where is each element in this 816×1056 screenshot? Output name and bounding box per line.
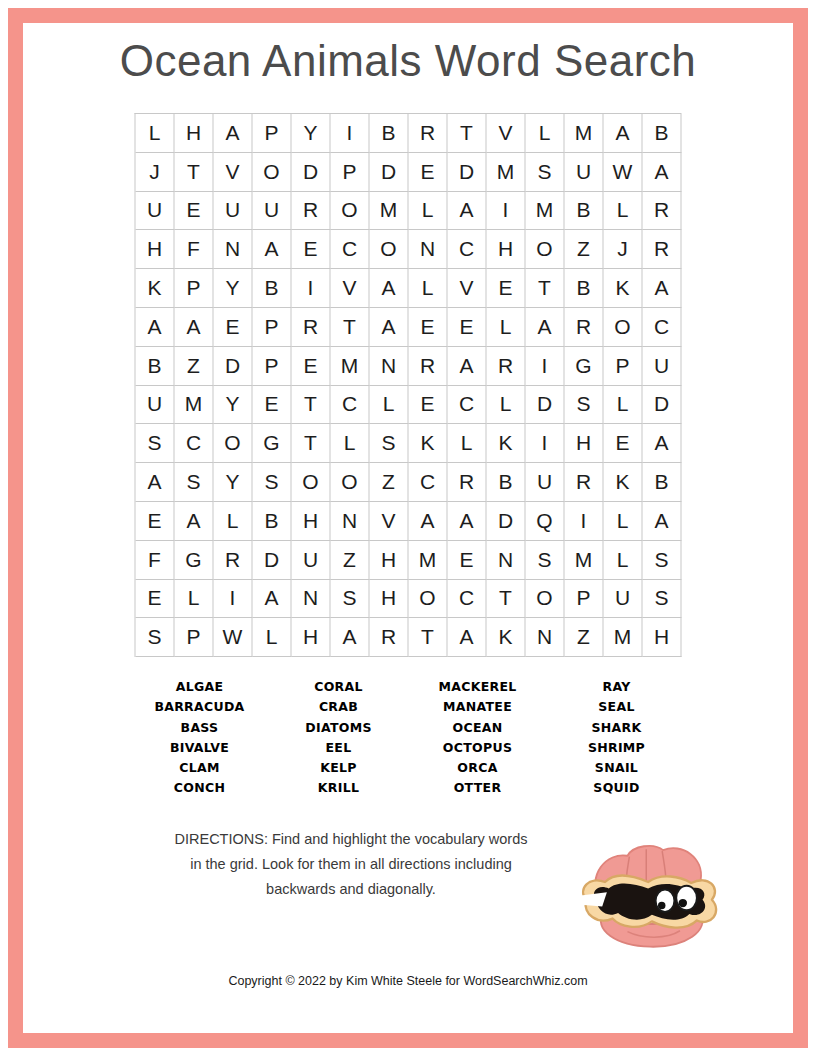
grid-cell[interactable]: I xyxy=(292,269,331,308)
word-list-item: DIATOMS xyxy=(269,718,408,738)
grid-cell[interactable]: K xyxy=(604,463,643,502)
grid-cell[interactable]: A xyxy=(643,424,682,463)
grid-cell[interactable]: C xyxy=(331,386,370,425)
word-list-item: SHARK xyxy=(547,718,686,738)
grid-cell[interactable]: A xyxy=(643,153,682,192)
grid-cell[interactable]: A xyxy=(604,114,643,153)
grid-cell[interactable]: H xyxy=(565,424,604,463)
grid-cell[interactable]: S xyxy=(331,580,370,619)
grid-cell[interactable]: S xyxy=(370,424,409,463)
grid-cell[interactable]: C xyxy=(409,463,448,502)
grid-cell[interactable]: S xyxy=(526,541,565,580)
grid-cell[interactable]: O xyxy=(409,580,448,619)
grid-cell[interactable]: V xyxy=(331,269,370,308)
grid-cell[interactable]: I xyxy=(526,347,565,386)
grid-cell[interactable]: L xyxy=(604,192,643,231)
grid-cell[interactable]: R xyxy=(409,114,448,153)
grid-cell[interactable]: A xyxy=(448,347,487,386)
grid-cell[interactable]: E xyxy=(409,386,448,425)
grid-cell[interactable]: T xyxy=(448,114,487,153)
word-list-column: MACKERELMANATEEOCEANOCTOPUSORCAOTTER xyxy=(408,677,547,799)
grid-cell[interactable]: E xyxy=(136,502,175,541)
grid-cell[interactable]: L xyxy=(526,114,565,153)
word-list-column: CORALCRABDIATOMSEELKELPKRILL xyxy=(269,677,408,799)
grid-cell[interactable]: I xyxy=(487,192,526,231)
grid-cell[interactable]: H xyxy=(175,114,214,153)
grid-cell[interactable]: S xyxy=(175,463,214,502)
grid-cell[interactable]: M xyxy=(487,153,526,192)
grid-cell[interactable]: O xyxy=(331,463,370,502)
grid-cell[interactable]: A xyxy=(448,502,487,541)
grid-cell[interactable]: E xyxy=(292,347,331,386)
worksheet-page: Ocean Animals Word Search LHAPYIBRTVLMAB… xyxy=(0,0,816,1056)
grid-cell[interactable]: A xyxy=(253,230,292,269)
grid-cell[interactable]: R xyxy=(292,192,331,231)
grid-cell[interactable]: Y xyxy=(214,386,253,425)
puzzle-title: Ocean Animals Word Search xyxy=(0,36,816,86)
grid-cell[interactable]: L xyxy=(487,308,526,347)
grid-cell[interactable]: A xyxy=(370,308,409,347)
grid-cell[interactable]: W xyxy=(214,618,253,657)
grid-cell[interactable]: L xyxy=(604,502,643,541)
grid-cell[interactable]: C xyxy=(331,230,370,269)
grid-cell[interactable]: D xyxy=(253,541,292,580)
grid-cell[interactable]: L xyxy=(370,386,409,425)
word-list-item: RAY xyxy=(547,677,686,697)
grid-cell[interactable]: R xyxy=(292,308,331,347)
grid-cell[interactable]: L xyxy=(214,502,253,541)
grid-cell[interactable]: L xyxy=(175,580,214,619)
grid-cell[interactable]: A xyxy=(331,618,370,657)
grid-cell[interactable]: H xyxy=(487,230,526,269)
grid-cell[interactable]: H xyxy=(643,618,682,657)
grid-cell[interactable]: E xyxy=(409,308,448,347)
grid-cell[interactable]: L xyxy=(604,541,643,580)
grid-cell[interactable]: B xyxy=(643,463,682,502)
grid-cell[interactable]: P xyxy=(175,269,214,308)
grid-cell[interactable]: O xyxy=(292,463,331,502)
grid-cell[interactable]: R xyxy=(409,347,448,386)
grid-cell[interactable]: O xyxy=(214,424,253,463)
grid-cell[interactable]: A xyxy=(136,308,175,347)
grid-cell[interactable]: U xyxy=(292,541,331,580)
grid-cell[interactable]: L xyxy=(604,386,643,425)
grid-cell[interactable]: I xyxy=(526,424,565,463)
grid-cell[interactable]: D xyxy=(643,386,682,425)
grid-cell[interactable]: S xyxy=(643,580,682,619)
directions-line: backwards and diagonally. xyxy=(133,877,569,902)
grid-cell[interactable]: R xyxy=(370,618,409,657)
grid-cell[interactable]: L xyxy=(409,192,448,231)
grid-cell[interactable]: M xyxy=(565,114,604,153)
grid-cell[interactable]: E xyxy=(136,580,175,619)
grid-cell[interactable]: B xyxy=(370,114,409,153)
grid-cell[interactable]: A xyxy=(214,114,253,153)
grid-cell[interactable]: C xyxy=(448,580,487,619)
grid-cell[interactable]: R xyxy=(214,541,253,580)
grid-cell[interactable]: L xyxy=(448,424,487,463)
grid-cell[interactable]: L xyxy=(136,114,175,153)
grid-cell[interactable]: H xyxy=(292,502,331,541)
grid-cell[interactable]: Y xyxy=(214,463,253,502)
grid-cell[interactable]: Z xyxy=(331,541,370,580)
grid-cell[interactable]: S xyxy=(643,541,682,580)
grid-cell[interactable]: P xyxy=(604,347,643,386)
grid-cell[interactable]: P xyxy=(175,618,214,657)
grid-cell[interactable]: O xyxy=(331,192,370,231)
word-list: ALGAEBARRACUDABASSBIVALVECLAMCONCHCORALC… xyxy=(130,677,686,799)
grid-cell[interactable]: Z xyxy=(175,347,214,386)
word-list-item: SQUID xyxy=(547,778,686,798)
grid-cell[interactable]: D xyxy=(214,347,253,386)
copyright-text: Copyright © 2022 by Kim White Steele for… xyxy=(0,974,816,988)
grid-cell[interactable]: R xyxy=(565,463,604,502)
word-list-item: ORCA xyxy=(408,758,547,778)
word-list-item: ALGAE xyxy=(130,677,269,697)
directions-text: DIRECTIONS: Find and highlight the vocab… xyxy=(133,827,569,902)
grid-cell[interactable]: B xyxy=(253,502,292,541)
grid-cell[interactable]: U xyxy=(214,192,253,231)
grid-cell[interactable]: I xyxy=(331,114,370,153)
word-list-item: KRILL xyxy=(269,778,408,798)
word-list-item: OCTOPUS xyxy=(408,738,547,758)
grid-cell[interactable]: O xyxy=(253,153,292,192)
grid-cell[interactable]: L xyxy=(253,618,292,657)
grid-cell[interactable]: O xyxy=(370,230,409,269)
grid-cell[interactable]: A xyxy=(370,269,409,308)
grid-cell[interactable]: E xyxy=(214,308,253,347)
grid-cell[interactable]: O xyxy=(526,230,565,269)
grid-cell[interactable]: G xyxy=(175,541,214,580)
directions-line: DIRECTIONS: Find and highlight the vocab… xyxy=(133,827,569,852)
grid-cell[interactable]: H xyxy=(370,541,409,580)
grid-cell[interactable]: C xyxy=(448,230,487,269)
grid-cell[interactable]: N xyxy=(292,580,331,619)
grid-cell[interactable]: D xyxy=(292,153,331,192)
grid-cell[interactable]: S xyxy=(136,424,175,463)
grid-cell[interactable]: E xyxy=(487,269,526,308)
grid-cell[interactable]: K xyxy=(487,618,526,657)
grid-cell[interactable]: A xyxy=(136,463,175,502)
word-list-item: MACKEREL xyxy=(408,677,547,697)
grid-cell[interactable]: T xyxy=(487,580,526,619)
grid-cell[interactable]: A xyxy=(175,308,214,347)
grid-cell[interactable]: E xyxy=(448,541,487,580)
grid-cell[interactable]: D xyxy=(487,502,526,541)
grid-cell[interactable]: T xyxy=(526,269,565,308)
grid-cell[interactable]: T xyxy=(409,618,448,657)
grid-cell[interactable]: P xyxy=(565,580,604,619)
grid-cell[interactable]: Z xyxy=(565,230,604,269)
grid-cell[interactable]: R xyxy=(565,308,604,347)
grid-cell[interactable]: C xyxy=(175,424,214,463)
grid-cell[interactable]: Z xyxy=(565,618,604,657)
grid-cell[interactable]: E xyxy=(253,386,292,425)
grid-cell[interactable]: G xyxy=(565,347,604,386)
grid-cell[interactable]: C xyxy=(448,386,487,425)
grid-cell[interactable]: M xyxy=(526,192,565,231)
grid-cell[interactable]: B xyxy=(487,463,526,502)
word-list-item: KELP xyxy=(269,758,408,778)
grid-cell[interactable]: C xyxy=(643,308,682,347)
word-list-item: SEAL xyxy=(547,697,686,717)
word-list-item: OTTER xyxy=(408,778,547,798)
grid-cell[interactable]: S xyxy=(253,463,292,502)
grid-cell[interactable]: V xyxy=(448,269,487,308)
grid-cell[interactable]: K xyxy=(409,424,448,463)
grid-cell[interactable]: T xyxy=(292,424,331,463)
grid-cell[interactable]: L xyxy=(487,386,526,425)
grid-cell[interactable]: M xyxy=(370,192,409,231)
word-list-item: MANATEE xyxy=(408,697,547,717)
grid-cell[interactable]: A xyxy=(448,618,487,657)
grid-cell[interactable]: A xyxy=(409,502,448,541)
grid-cell[interactable]: Y xyxy=(292,114,331,153)
word-list-item: EEL xyxy=(269,738,408,758)
grid-cell[interactable]: M xyxy=(175,386,214,425)
clam-mascot-image xyxy=(575,838,725,956)
word-list-item: BASS xyxy=(130,718,269,738)
grid-cell[interactable]: D xyxy=(370,153,409,192)
grid-cell[interactable]: R xyxy=(643,230,682,269)
grid-cell[interactable]: B xyxy=(565,192,604,231)
grid-cell[interactable]: N xyxy=(214,230,253,269)
grid-cell[interactable]: K xyxy=(487,424,526,463)
word-list-item: OCEAN xyxy=(408,718,547,738)
grid-cell[interactable]: L xyxy=(331,424,370,463)
grid-cell[interactable]: S xyxy=(136,618,175,657)
grid-cell[interactable]: Y xyxy=(214,269,253,308)
grid-cell[interactable]: V xyxy=(370,502,409,541)
grid-cell[interactable]: B xyxy=(565,269,604,308)
grid-cell[interactable]: F xyxy=(175,230,214,269)
grid-cell[interactable]: A xyxy=(253,580,292,619)
word-list-item: CONCH xyxy=(130,778,269,798)
grid-cell[interactable]: T xyxy=(292,386,331,425)
grid-cell[interactable]: M xyxy=(409,541,448,580)
grid-cell[interactable]: N xyxy=(409,230,448,269)
grid-cell[interactable]: R xyxy=(448,463,487,502)
grid-cell[interactable]: E xyxy=(604,424,643,463)
grid-cell[interactable]: M xyxy=(604,618,643,657)
grid-cell[interactable]: V xyxy=(487,114,526,153)
grid-cell[interactable]: J xyxy=(136,153,175,192)
grid-cell[interactable]: O xyxy=(604,308,643,347)
grid-cell[interactable]: P xyxy=(253,114,292,153)
grid-cell[interactable]: A xyxy=(175,502,214,541)
word-list-item: BIVALVE xyxy=(130,738,269,758)
grid-cell[interactable]: P xyxy=(331,153,370,192)
grid-cell[interactable]: U xyxy=(253,192,292,231)
grid-cell[interactable]: M xyxy=(565,541,604,580)
grid-cell[interactable]: O xyxy=(526,580,565,619)
grid-cell[interactable]: V xyxy=(214,153,253,192)
grid-cell[interactable]: H xyxy=(292,618,331,657)
grid-cell[interactable]: R xyxy=(643,192,682,231)
word-list-column: RAYSEALSHARKSHRIMPSNAILSQUID xyxy=(547,677,686,799)
grid-cell[interactable]: U xyxy=(526,463,565,502)
word-list-item: CRAB xyxy=(269,697,408,717)
grid-cell[interactable]: N xyxy=(526,618,565,657)
grid-cell[interactable]: N xyxy=(331,502,370,541)
word-list-item: CORAL xyxy=(269,677,408,697)
grid-cell[interactable]: B xyxy=(253,269,292,308)
grid-cell[interactable]: P xyxy=(253,308,292,347)
grid-cell[interactable]: U xyxy=(565,153,604,192)
grid-cell[interactable]: M xyxy=(331,347,370,386)
grid-cell[interactable]: J xyxy=(604,230,643,269)
grid-cell[interactable]: E xyxy=(409,153,448,192)
grid-cell[interactable]: U xyxy=(136,386,175,425)
grid-cell[interactable]: R xyxy=(487,347,526,386)
grid-cell[interactable]: E xyxy=(448,308,487,347)
grid-cell[interactable]: A xyxy=(526,308,565,347)
word-list-item: SNAIL xyxy=(547,758,686,778)
grid-cell[interactable]: H xyxy=(136,230,175,269)
grid-cell[interactable]: T xyxy=(331,308,370,347)
grid-cell[interactable]: W xyxy=(604,153,643,192)
grid-cell[interactable]: N xyxy=(487,541,526,580)
grid-cell[interactable]: D xyxy=(448,153,487,192)
grid-cell[interactable]: B xyxy=(136,347,175,386)
grid-cell[interactable]: P xyxy=(253,347,292,386)
grid-cell[interactable]: F xyxy=(136,541,175,580)
word-list-column: ALGAEBARRACUDABASSBIVALVECLAMCONCH xyxy=(130,677,269,799)
grid-cell[interactable]: A xyxy=(643,502,682,541)
grid-cell[interactable]: L xyxy=(409,269,448,308)
grid-cell[interactable]: Z xyxy=(370,463,409,502)
grid-cell[interactable]: I xyxy=(214,580,253,619)
grid-cell[interactable]: U xyxy=(604,580,643,619)
grid-cell[interactable]: A xyxy=(643,269,682,308)
word-search-grid: LHAPYIBRTVLMABJTVODPDEDMSUWAUEUUROMLAIMB… xyxy=(135,113,682,657)
grid-cell[interactable]: I xyxy=(565,502,604,541)
grid-cell[interactable]: H xyxy=(370,580,409,619)
grid-cell[interactable]: S xyxy=(526,153,565,192)
grid-cell[interactable]: U xyxy=(643,347,682,386)
directions-line: in the grid. Look for them in all direct… xyxy=(133,852,569,877)
grid-cell[interactable]: U xyxy=(136,192,175,231)
word-list-item: BARRACUDA xyxy=(130,697,269,717)
grid-cell[interactable]: G xyxy=(253,424,292,463)
grid-cell[interactable]: E xyxy=(175,192,214,231)
word-list-item: CLAM xyxy=(130,758,269,778)
grid-cell[interactable]: A xyxy=(448,192,487,231)
grid-cell[interactable]: T xyxy=(175,153,214,192)
grid-cell[interactable]: K xyxy=(136,269,175,308)
grid-cell[interactable]: B xyxy=(643,114,682,153)
grid-cell[interactable]: Q xyxy=(526,502,565,541)
grid-cell[interactable]: D xyxy=(526,386,565,425)
grid-cell[interactable]: E xyxy=(292,230,331,269)
grid-cell[interactable]: S xyxy=(565,386,604,425)
word-list-item: SHRIMP xyxy=(547,738,686,758)
grid-cell[interactable]: K xyxy=(604,269,643,308)
grid-cell[interactable]: N xyxy=(370,347,409,386)
